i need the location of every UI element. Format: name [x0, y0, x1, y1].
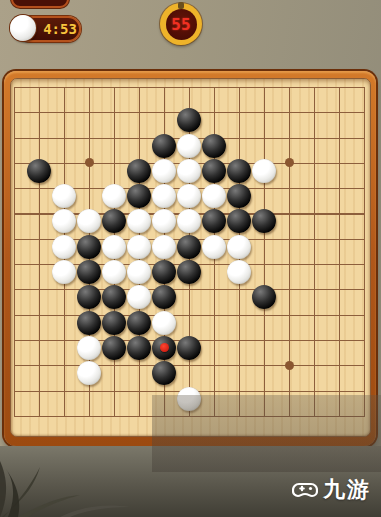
- star-point: [285, 361, 294, 370]
- star-point: [85, 158, 94, 167]
- top-bar: 4:53 55: [0, 0, 381, 71]
- star-point: [285, 158, 294, 167]
- ring-notch: [178, 2, 184, 9]
- grid-lines: [14, 87, 365, 417]
- player-timer-badge: 4:53: [17, 16, 81, 42]
- gamepad-logo-icon: [292, 477, 318, 503]
- white-stone-icon: [10, 15, 36, 41]
- watermark-text: 九游: [323, 475, 371, 505]
- board-surface[interactable]: [10, 78, 371, 437]
- star-point: [85, 361, 94, 370]
- translucent-overlay: [152, 395, 381, 472]
- game-board-frame: [4, 71, 376, 446]
- timer-text: 4:53: [39, 18, 81, 40]
- site-watermark: 九游: [292, 475, 371, 505]
- countdown-value: 55: [166, 9, 197, 40]
- plant-silhouette: [0, 453, 170, 517]
- star-point: [185, 260, 194, 269]
- move-countdown-ring: 55: [160, 3, 202, 45]
- game-screen: 4:53 55 九游: [0, 0, 381, 517]
- opponent-badge-partial: [11, 0, 69, 8]
